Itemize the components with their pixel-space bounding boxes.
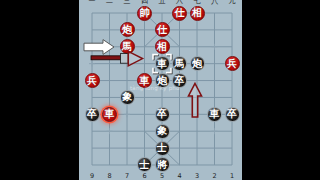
piece-black-elephant[interactable]: 象: [120, 90, 135, 105]
piece-black-soldier[interactable]: 卒: [85, 107, 100, 122]
piece-red-horse[interactable]: 馬: [120, 39, 135, 54]
piece-red-soldier[interactable]: 兵: [85, 73, 100, 88]
piece-red-general[interactable]: 帥: [137, 6, 152, 21]
piece-red-elephant[interactable]: 相: [155, 39, 170, 54]
piece-black-horse[interactable]: 馬: [172, 56, 187, 71]
piece-black-general[interactable]: 將: [155, 157, 170, 172]
piece-red-advisor[interactable]: 仕: [155, 22, 170, 37]
piece-red-advisor[interactable]: 仕: [172, 6, 187, 21]
piece-black-advisor[interactable]: 士: [155, 141, 170, 156]
watermark-text: tàng long kỳ phổ: [130, 85, 180, 91]
piece-black-chariot[interactable]: 車: [207, 107, 222, 122]
piece-black-soldier[interactable]: 卒: [155, 107, 170, 122]
piece-black-soldier[interactable]: 卒: [225, 107, 240, 122]
piece-red-soldier[interactable]: 兵: [225, 56, 240, 71]
piece-black-chariot[interactable]: 車: [155, 56, 170, 71]
piece-red-cannon[interactable]: 炮: [120, 22, 135, 37]
piece-black-elephant[interactable]: 象: [155, 124, 170, 139]
video-frame: 帥仕相炮仕馬相兵兵車車車馬炮炮卒象卒卒車卒象士士將 一二三四五六七八九98765…: [0, 0, 320, 180]
piece-red-elephant[interactable]: 相: [190, 6, 205, 21]
piece-red-chariot[interactable]: 車: [102, 107, 117, 122]
piece-black-cannon[interactable]: 炮: [190, 56, 205, 71]
